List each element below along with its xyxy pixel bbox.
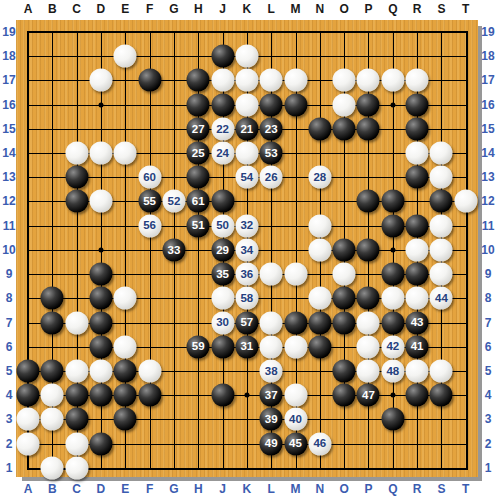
row-label-right-10: 10	[481, 243, 494, 257]
stone-L14: 53	[260, 142, 283, 165]
stone-G12: 52	[162, 190, 185, 213]
stone-F4	[138, 384, 161, 407]
stone-R4	[406, 384, 429, 407]
row-label-left-14: 14	[2, 146, 15, 160]
stone-C5	[65, 359, 88, 382]
stone-Q9	[381, 263, 404, 286]
stone-F12: 55	[138, 190, 161, 213]
stone-K14	[235, 142, 258, 165]
row-label-left-7: 7	[6, 316, 13, 330]
stone-K18	[235, 45, 258, 68]
stone-J7: 30	[211, 311, 234, 334]
star-point-Q10	[390, 247, 395, 252]
col-label-bottom-J: J	[219, 482, 226, 496]
row-label-right-18: 18	[481, 49, 494, 63]
stone-R9	[406, 263, 429, 286]
col-label-top-L: L	[268, 2, 275, 16]
stone-D14	[89, 142, 112, 165]
stone-L5: 38	[260, 359, 283, 382]
stone-C2	[65, 432, 88, 455]
col-label-top-G: G	[169, 2, 178, 16]
stone-S12	[430, 190, 453, 213]
stone-R6: 41	[406, 335, 429, 358]
stone-B3	[41, 408, 64, 431]
stone-D8	[89, 287, 112, 310]
row-label-left-19: 19	[2, 25, 15, 39]
stone-Q12	[381, 190, 404, 213]
stone-K16	[235, 93, 258, 116]
stone-Q7	[381, 311, 404, 334]
col-label-bottom-N: N	[315, 482, 324, 496]
col-label-top-R: R	[413, 2, 422, 16]
row-label-left-8: 8	[6, 291, 13, 305]
stone-M2: 45	[284, 432, 307, 455]
stone-K6: 31	[235, 335, 258, 358]
row-label-left-12: 12	[2, 194, 15, 208]
col-label-top-P: P	[364, 2, 372, 16]
stone-P10	[357, 238, 380, 261]
stone-J16	[211, 93, 234, 116]
stone-B1	[41, 456, 64, 479]
col-label-bottom-H: H	[194, 482, 203, 496]
col-label-bottom-G: G	[169, 482, 178, 496]
row-label-left-2: 2	[6, 437, 13, 451]
stone-E18	[114, 45, 137, 68]
row-label-right-14: 14	[481, 146, 494, 160]
stone-J10: 29	[211, 238, 234, 261]
stone-A5	[17, 359, 40, 382]
stone-L4: 37	[260, 384, 283, 407]
stone-S5	[430, 359, 453, 382]
col-label-bottom-M: M	[291, 482, 301, 496]
stone-P16	[357, 93, 380, 116]
col-label-bottom-F: F	[146, 482, 153, 496]
col-label-bottom-A: A	[24, 482, 33, 496]
stone-Q5: 48	[381, 359, 404, 382]
stone-F13: 60	[138, 166, 161, 189]
row-label-right-17: 17	[481, 73, 494, 87]
col-label-top-M: M	[291, 2, 301, 16]
stone-D6	[89, 335, 112, 358]
col-label-bottom-D: D	[97, 482, 106, 496]
row-label-right-8: 8	[485, 291, 492, 305]
row-label-left-16: 16	[2, 98, 15, 112]
row-label-left-15: 15	[2, 122, 15, 136]
row-label-left-11: 11	[3, 219, 16, 233]
row-label-left-1: 1	[6, 461, 13, 475]
stone-P15	[357, 117, 380, 140]
stone-F5	[138, 359, 161, 382]
star-point-Q4	[390, 393, 395, 398]
stone-R7: 43	[406, 311, 429, 334]
stone-O17	[333, 69, 356, 92]
stone-H14: 25	[187, 142, 210, 165]
stone-J18	[211, 45, 234, 68]
stone-S10	[430, 238, 453, 261]
stone-O9	[333, 263, 356, 286]
stone-E14	[114, 142, 137, 165]
stone-S9	[430, 263, 453, 286]
stone-D2	[89, 432, 112, 455]
col-label-bottom-O: O	[339, 482, 348, 496]
stone-M3: 40	[284, 408, 307, 431]
stone-L3: 39	[260, 408, 283, 431]
col-label-top-K: K	[243, 2, 252, 16]
stone-D17	[89, 69, 112, 92]
col-label-top-E: E	[121, 2, 129, 16]
stone-L6	[260, 335, 283, 358]
col-label-bottom-T: T	[462, 482, 469, 496]
stone-N10	[308, 238, 331, 261]
stone-H12: 61	[187, 190, 210, 213]
stone-N11	[308, 214, 331, 237]
col-label-bottom-R: R	[413, 482, 422, 496]
row-label-right-16: 16	[481, 98, 494, 112]
col-label-top-B: B	[48, 2, 57, 16]
row-label-left-10: 10	[2, 243, 15, 257]
stone-R10	[406, 238, 429, 261]
stone-D7	[89, 311, 112, 334]
stone-J8	[211, 287, 234, 310]
stone-S8: 44	[430, 287, 453, 310]
row-label-right-11: 11	[482, 219, 495, 233]
stone-D9	[89, 263, 112, 286]
stone-T12	[454, 190, 477, 213]
stone-L16	[260, 93, 283, 116]
row-label-right-19: 19	[481, 25, 494, 39]
stone-P7	[357, 311, 380, 334]
stone-D4	[89, 384, 112, 407]
stone-M17	[284, 69, 307, 92]
stone-N2: 46	[308, 432, 331, 455]
stone-S11	[430, 214, 453, 237]
stone-K10: 34	[235, 238, 258, 261]
col-label-bottom-S: S	[437, 482, 445, 496]
stone-D5	[89, 359, 112, 382]
stone-O8	[333, 287, 356, 310]
stone-C4	[65, 384, 88, 407]
stone-R15	[406, 117, 429, 140]
col-label-top-A: A	[24, 2, 33, 16]
stone-R11	[406, 214, 429, 237]
stone-C1	[65, 456, 88, 479]
stone-J4	[211, 384, 234, 407]
stone-K15: 21	[235, 117, 258, 140]
col-label-top-J: J	[219, 2, 226, 16]
stone-L2: 49	[260, 432, 283, 455]
col-label-top-S: S	[437, 2, 445, 16]
col-label-top-T: T	[462, 2, 469, 16]
stone-K8: 58	[235, 287, 258, 310]
stone-H13	[187, 166, 210, 189]
col-label-top-D: D	[97, 2, 106, 16]
stone-P5	[357, 359, 380, 382]
stone-N7	[308, 311, 331, 334]
stone-P6	[357, 335, 380, 358]
stone-P17	[357, 69, 380, 92]
row-label-right-15: 15	[481, 122, 494, 136]
stone-H15: 27	[187, 117, 210, 140]
col-label-bottom-B: B	[48, 482, 57, 496]
row-label-left-13: 13	[2, 170, 15, 184]
stone-J14: 24	[211, 142, 234, 165]
stone-M7	[284, 311, 307, 334]
stone-R8	[406, 287, 429, 310]
stone-S14	[430, 142, 453, 165]
go-board-viewer: 2722212325245360542628555261565150323329…	[0, 0, 500, 500]
stone-L13: 26	[260, 166, 283, 189]
stone-K17	[235, 69, 258, 92]
star-point-K4	[244, 393, 249, 398]
col-label-bottom-E: E	[121, 482, 129, 496]
stone-B7	[41, 311, 64, 334]
row-label-right-4: 4	[485, 388, 492, 402]
stone-E3	[114, 408, 137, 431]
stone-H16	[187, 93, 210, 116]
stone-H17	[187, 69, 210, 92]
stone-K13: 54	[235, 166, 258, 189]
stone-L9	[260, 263, 283, 286]
stone-N8	[308, 287, 331, 310]
stone-B5	[41, 359, 64, 382]
stone-O16	[333, 93, 356, 116]
stone-C14	[65, 142, 88, 165]
col-label-bottom-Q: Q	[388, 482, 397, 496]
col-label-top-O: O	[339, 2, 348, 16]
stone-B4	[41, 384, 64, 407]
stone-A3	[17, 408, 40, 431]
stone-C3	[65, 408, 88, 431]
stone-R16	[406, 93, 429, 116]
stone-O4	[333, 384, 356, 407]
star-point-D10	[98, 247, 103, 252]
stone-P8	[357, 287, 380, 310]
stone-E4	[114, 384, 137, 407]
stone-H6: 59	[187, 335, 210, 358]
stone-Q17	[381, 69, 404, 92]
row-label-left-17: 17	[2, 73, 15, 87]
stone-D12	[89, 190, 112, 213]
stone-M6	[284, 335, 307, 358]
stone-J9: 35	[211, 263, 234, 286]
stone-L15: 23	[260, 117, 283, 140]
stone-M9	[284, 263, 307, 286]
row-label-left-5: 5	[6, 364, 13, 378]
stone-A2	[17, 432, 40, 455]
stone-P12	[357, 190, 380, 213]
stone-F11: 56	[138, 214, 161, 237]
row-label-right-2: 2	[485, 437, 492, 451]
row-label-right-3: 3	[485, 412, 492, 426]
stone-O10	[333, 238, 356, 261]
stone-M16	[284, 93, 307, 116]
stone-K11: 32	[235, 214, 258, 237]
stone-F17	[138, 69, 161, 92]
row-label-left-3: 3	[6, 412, 13, 426]
stone-E8	[114, 287, 137, 310]
col-label-top-Q: Q	[388, 2, 397, 16]
stone-K7: 57	[235, 311, 258, 334]
stone-J6	[211, 335, 234, 358]
stone-N15	[308, 117, 331, 140]
stone-B8	[41, 287, 64, 310]
stone-Q6: 42	[381, 335, 404, 358]
stone-Q3	[381, 408, 404, 431]
row-label-right-1: 1	[485, 461, 492, 475]
row-label-left-6: 6	[6, 340, 13, 354]
row-label-right-9: 9	[485, 267, 492, 281]
stone-Q11	[381, 214, 404, 237]
stone-A4	[17, 384, 40, 407]
stone-R14	[406, 142, 429, 165]
star-point-Q16	[390, 102, 395, 107]
stone-H11: 51	[187, 214, 210, 237]
stone-G10: 33	[162, 238, 185, 261]
stone-J15: 22	[211, 117, 234, 140]
stone-J12	[211, 190, 234, 213]
stone-C7	[65, 311, 88, 334]
row-label-right-13: 13	[481, 170, 494, 184]
stone-R13	[406, 166, 429, 189]
col-label-top-N: N	[315, 2, 324, 16]
stone-N13: 28	[308, 166, 331, 189]
row-label-right-6: 6	[485, 340, 492, 354]
col-label-bottom-K: K	[243, 482, 252, 496]
stone-J17	[211, 69, 234, 92]
stone-E5	[114, 359, 137, 382]
stone-O15	[333, 117, 356, 140]
stone-P4: 47	[357, 384, 380, 407]
row-label-left-9: 9	[6, 267, 13, 281]
row-label-left-18: 18	[2, 49, 15, 63]
stone-L17	[260, 69, 283, 92]
stone-C13	[65, 166, 88, 189]
row-label-left-4: 4	[6, 388, 13, 402]
row-label-right-7: 7	[485, 316, 492, 330]
row-label-right-12: 12	[481, 194, 494, 208]
stone-J11: 50	[211, 214, 234, 237]
col-label-bottom-L: L	[268, 482, 275, 496]
stone-C12	[65, 190, 88, 213]
stone-O5	[333, 359, 356, 382]
row-label-right-5: 5	[485, 364, 492, 378]
col-label-bottom-P: P	[364, 482, 372, 496]
stone-R17	[406, 69, 429, 92]
stone-K9: 36	[235, 263, 258, 286]
col-label-top-C: C	[72, 2, 81, 16]
stone-S13	[430, 166, 453, 189]
stone-R5	[406, 359, 429, 382]
col-label-top-H: H	[194, 2, 203, 16]
stone-Q8	[381, 287, 404, 310]
stone-E6	[114, 335, 137, 358]
stone-S4	[430, 384, 453, 407]
col-label-top-F: F	[146, 2, 153, 16]
stone-N6	[308, 335, 331, 358]
stone-M4	[284, 384, 307, 407]
col-label-bottom-C: C	[72, 482, 81, 496]
stone-L7	[260, 311, 283, 334]
star-point-D16	[98, 102, 103, 107]
stone-O7	[333, 311, 356, 334]
